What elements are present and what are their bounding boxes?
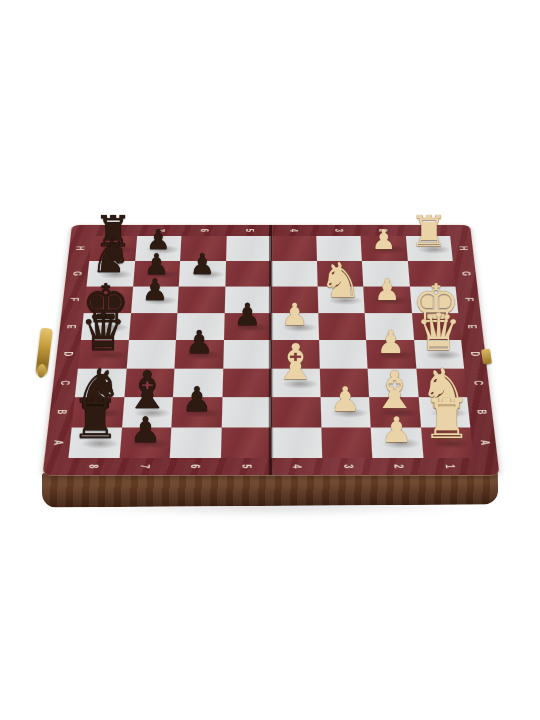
piece-white-pawn[interactable]: ♟ (377, 328, 405, 360)
file-label-left: G (71, 271, 82, 276)
piece-white-rook[interactable]: ♜ (422, 393, 471, 448)
file-label-right: A (478, 440, 490, 445)
rank-label-bottom: 5 (240, 464, 251, 468)
rank-label-bottom: 1 (443, 464, 455, 468)
piece-white-pawn[interactable]: ♟ (281, 301, 308, 332)
piece-black-pawn[interactable]: ♟ (185, 328, 213, 360)
piece-black-knight[interactable]: ♞ (90, 232, 131, 278)
square-b4[interactable] (271, 397, 321, 427)
file-label-right: C (472, 380, 483, 385)
piece-black-pawn[interactable]: ♟ (234, 301, 261, 332)
file-label-right: G (460, 271, 471, 276)
square-c5[interactable] (222, 368, 271, 397)
piece-black-pawn[interactable]: ♟ (190, 250, 215, 278)
rank-label-top: 3 (333, 229, 343, 232)
rank-label-bottom: 4 (291, 464, 302, 468)
piece-black-rook[interactable]: ♜ (71, 393, 120, 448)
rank-label-bottom: 7 (138, 464, 150, 468)
square-d5[interactable] (223, 340, 271, 368)
piece-white-rook[interactable]: ♜ (410, 211, 448, 254)
file-label-left: A (52, 440, 64, 445)
file-label-left: E (65, 324, 76, 328)
file-label-right: D (469, 352, 480, 357)
square-d3[interactable] (319, 340, 368, 368)
file-label-left: C (59, 380, 70, 385)
file-label-left: D (62, 352, 73, 357)
square-h5[interactable] (226, 236, 271, 261)
rank-label-bottom: 8 (87, 464, 99, 468)
file-label-left: B (55, 409, 67, 414)
square-h4[interactable] (271, 236, 316, 261)
brass-hinge (481, 348, 492, 364)
square-b5[interactable] (221, 397, 271, 427)
piece-black-queen[interactable]: ♛ (80, 308, 126, 360)
square-e7[interactable] (128, 313, 177, 340)
square-a3[interactable] (321, 427, 372, 458)
piece-white-pawn[interactable]: ♟ (374, 275, 400, 304)
file-label-left: H (74, 246, 85, 250)
piece-white-pawn[interactable]: ♟ (372, 226, 397, 253)
file-label-left: F (68, 298, 79, 302)
file-label-right: E (466, 324, 477, 328)
square-a6[interactable] (170, 427, 221, 458)
piece-white-queen[interactable]: ♛ (416, 308, 462, 360)
square-f6[interactable] (177, 287, 225, 313)
brass-clasp[interactable] (35, 327, 53, 376)
piece-black-pawn[interactable]: ♟ (182, 383, 212, 417)
square-a4[interactable] (271, 427, 322, 458)
clasp-hook-icon (37, 363, 47, 378)
piece-black-pawn[interactable]: ♟ (142, 275, 168, 304)
rank-label-bottom: 2 (392, 464, 404, 468)
piece-white-bishop[interactable]: ♝ (273, 338, 318, 388)
file-label-right: H (457, 246, 468, 250)
piece-white-pawn[interactable]: ♟ (330, 383, 360, 417)
rank-label-bottom: 6 (189, 464, 201, 468)
rank-label-bottom: 3 (342, 464, 354, 468)
product-photo-page: { "game": "chess", "scene": "folding woo… (0, 0, 540, 720)
square-g4[interactable] (271, 261, 317, 287)
piece-white-pawn[interactable]: ♟ (381, 412, 413, 447)
square-e3[interactable] (318, 313, 366, 340)
rank-label-top: 4 (288, 229, 298, 232)
square-g5[interactable] (225, 261, 271, 287)
file-label-right: B (475, 409, 487, 414)
piece-black-pawn[interactable]: ♟ (130, 412, 162, 447)
square-a5[interactable] (220, 427, 271, 458)
rank-label-top: 6 (199, 229, 209, 232)
piece-white-knight[interactable]: ♞ (319, 257, 362, 305)
rank-label-top: 5 (244, 229, 254, 232)
file-label-right: F (463, 298, 474, 302)
